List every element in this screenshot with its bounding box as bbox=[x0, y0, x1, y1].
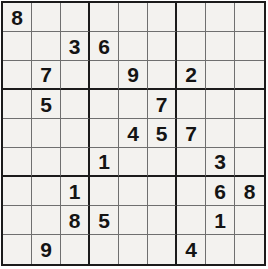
cell-given-r8c4: 5 bbox=[90, 206, 119, 235]
cell-empty-r2c9[interactable] bbox=[235, 32, 264, 61]
cell-given-r8c8: 1 bbox=[206, 206, 235, 235]
cell-empty-r8c7[interactable] bbox=[177, 206, 206, 235]
cell-empty-r3c1[interactable] bbox=[3, 61, 32, 90]
cell-empty-r8c6[interactable] bbox=[148, 206, 177, 235]
cell-empty-r7c2[interactable] bbox=[32, 177, 61, 206]
cell-empty-r4c8[interactable] bbox=[206, 90, 235, 119]
cell-empty-r2c7[interactable] bbox=[177, 32, 206, 61]
cell-empty-r9c4[interactable] bbox=[90, 235, 119, 264]
cell-empty-r6c9[interactable] bbox=[235, 148, 264, 177]
cell-empty-r8c1[interactable] bbox=[3, 206, 32, 235]
cell-empty-r8c9[interactable] bbox=[235, 206, 264, 235]
cell-empty-r3c6[interactable] bbox=[148, 61, 177, 90]
cell-empty-r5c9[interactable] bbox=[235, 119, 264, 148]
cell-empty-r3c9[interactable] bbox=[235, 61, 264, 90]
cell-empty-r1c8[interactable] bbox=[206, 3, 235, 32]
cell-empty-r4c7[interactable] bbox=[177, 90, 206, 119]
cell-empty-r9c5[interactable] bbox=[119, 235, 148, 264]
cell-empty-r4c9[interactable] bbox=[235, 90, 264, 119]
cell-empty-r7c4[interactable] bbox=[90, 177, 119, 206]
cell-empty-r9c8[interactable] bbox=[206, 235, 235, 264]
cell-given-r9c7: 4 bbox=[177, 235, 206, 264]
cell-given-r2c4: 6 bbox=[90, 32, 119, 61]
cell-empty-r1c3[interactable] bbox=[61, 3, 90, 32]
cell-empty-r3c4[interactable] bbox=[90, 61, 119, 90]
cell-given-r6c4: 1 bbox=[90, 148, 119, 177]
cell-given-r1c1: 8 bbox=[3, 3, 32, 32]
cell-empty-r1c7[interactable] bbox=[177, 3, 206, 32]
cell-given-r3c2: 7 bbox=[32, 61, 61, 90]
cell-empty-r4c1[interactable] bbox=[3, 90, 32, 119]
cell-empty-r1c9[interactable] bbox=[235, 3, 264, 32]
cell-empty-r5c8[interactable] bbox=[206, 119, 235, 148]
cell-given-r8c3: 8 bbox=[61, 206, 90, 235]
cell-empty-r5c3[interactable] bbox=[61, 119, 90, 148]
sudoku-page: 836792574571316885194 bbox=[0, 0, 268, 269]
cell-given-r3c7: 2 bbox=[177, 61, 206, 90]
sudoku-board: 836792574571316885194 bbox=[1, 1, 266, 266]
cell-empty-r6c2[interactable] bbox=[32, 148, 61, 177]
cell-empty-r2c6[interactable] bbox=[148, 32, 177, 61]
cell-empty-r6c7[interactable] bbox=[177, 148, 206, 177]
cell-empty-r7c1[interactable] bbox=[3, 177, 32, 206]
cell-empty-r2c5[interactable] bbox=[119, 32, 148, 61]
cell-empty-r1c2[interactable] bbox=[32, 3, 61, 32]
cell-given-r6c8: 3 bbox=[206, 148, 235, 177]
cell-given-r5c6: 5 bbox=[148, 119, 177, 148]
cell-empty-r2c8[interactable] bbox=[206, 32, 235, 61]
cell-given-r3c5: 9 bbox=[119, 61, 148, 90]
cell-given-r2c3: 3 bbox=[61, 32, 90, 61]
cell-given-r7c3: 1 bbox=[61, 177, 90, 206]
cell-empty-r8c5[interactable] bbox=[119, 206, 148, 235]
cell-given-r7c9: 8 bbox=[235, 177, 264, 206]
cell-empty-r1c4[interactable] bbox=[90, 3, 119, 32]
cell-empty-r9c3[interactable] bbox=[61, 235, 90, 264]
cell-empty-r1c5[interactable] bbox=[119, 3, 148, 32]
cell-empty-r5c1[interactable] bbox=[3, 119, 32, 148]
cell-empty-r6c1[interactable] bbox=[3, 148, 32, 177]
cell-empty-r3c8[interactable] bbox=[206, 61, 235, 90]
cell-empty-r4c3[interactable] bbox=[61, 90, 90, 119]
cell-empty-r6c5[interactable] bbox=[119, 148, 148, 177]
cell-empty-r7c7[interactable] bbox=[177, 177, 206, 206]
cell-given-r9c2: 9 bbox=[32, 235, 61, 264]
cell-empty-r4c5[interactable] bbox=[119, 90, 148, 119]
cell-empty-r9c6[interactable] bbox=[148, 235, 177, 264]
cell-empty-r4c4[interactable] bbox=[90, 90, 119, 119]
cell-empty-r3c3[interactable] bbox=[61, 61, 90, 90]
cell-empty-r6c6[interactable] bbox=[148, 148, 177, 177]
cell-empty-r2c1[interactable] bbox=[3, 32, 32, 61]
cell-given-r4c6: 7 bbox=[148, 90, 177, 119]
cell-empty-r5c2[interactable] bbox=[32, 119, 61, 148]
cell-empty-r8c2[interactable] bbox=[32, 206, 61, 235]
cell-empty-r5c4[interactable] bbox=[90, 119, 119, 148]
cell-empty-r7c5[interactable] bbox=[119, 177, 148, 206]
cell-empty-r7c6[interactable] bbox=[148, 177, 177, 206]
cell-empty-r2c2[interactable] bbox=[32, 32, 61, 61]
cell-given-r5c7: 7 bbox=[177, 119, 206, 148]
cell-empty-r9c9[interactable] bbox=[235, 235, 264, 264]
cell-empty-r1c6[interactable] bbox=[148, 3, 177, 32]
cell-empty-r9c1[interactable] bbox=[3, 235, 32, 264]
cell-given-r4c2: 5 bbox=[32, 90, 61, 119]
cell-given-r7c8: 6 bbox=[206, 177, 235, 206]
cell-given-r5c5: 4 bbox=[119, 119, 148, 148]
cell-empty-r6c3[interactable] bbox=[61, 148, 90, 177]
